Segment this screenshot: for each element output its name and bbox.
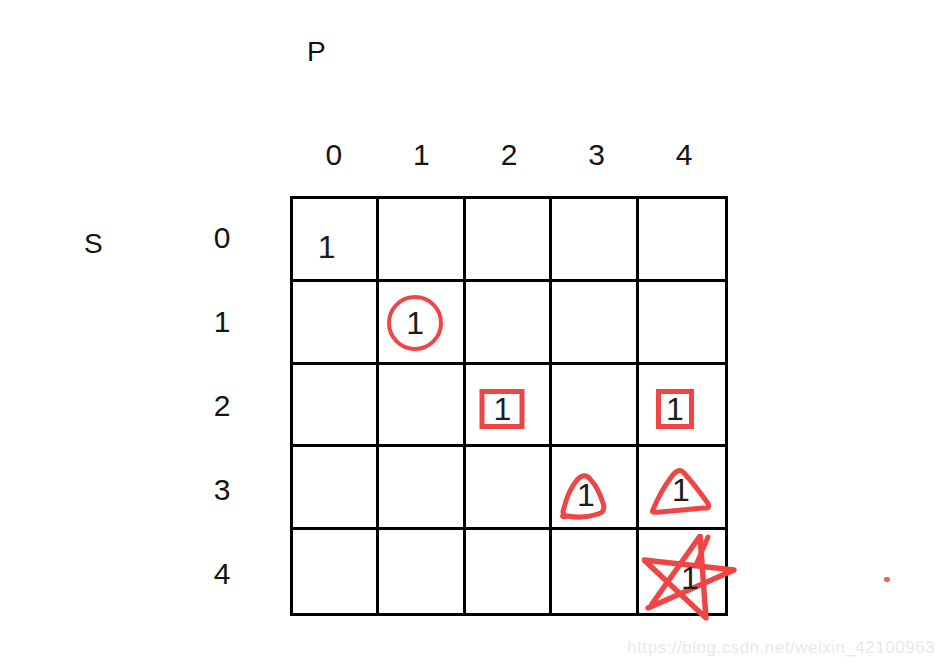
dp-grid-diagram: P S 01234 01234 1111111 https://blog.csd… [0,0,946,668]
stray-red-dot [884,577,890,582]
cell-r1-c0 [293,282,379,365]
col-axis-label: P [307,38,326,66]
cell-r2-c2: 1 [466,365,552,448]
cell-content-r0-c0: 1 [285,207,368,287]
cell-r1-c1: 1 [379,282,465,365]
cell-r4-c0 [293,530,379,613]
col-header-4: 4 [640,134,728,176]
row-axis-label: S [84,230,103,258]
cell-r0-c2 [466,199,552,282]
cell-content-r3-c3: 1 [544,455,627,535]
column-headers: 01234 [290,134,728,176]
cell-value: 1 [494,393,512,425]
cell-r3-c1 [379,447,465,530]
cell-r3-c4: 1 [639,447,725,530]
row-header-2: 2 [190,364,254,448]
cell-r2-c0 [293,365,379,448]
cell-r0-c3 [552,199,638,282]
cell-r2-c4: 1 [639,365,725,448]
cell-r3-c3: 1 [552,447,638,530]
row-header-0: 0 [190,196,254,280]
cell-r2-c3 [552,365,638,448]
col-header-3: 3 [553,134,641,176]
cell-value: 1 [672,474,690,506]
cell-r1-c4 [639,282,725,365]
cell-r2-c1 [379,365,465,448]
col-header-0: 0 [290,134,378,176]
watermark-url: https://blog.csdn.net/weixin_42100963 [627,638,935,658]
cell-content-r2-c4: 1 [632,370,718,450]
cell-r0-c4 [639,199,725,282]
cell-r1-c2 [466,282,552,365]
col-header-2: 2 [465,134,553,176]
cell-content-r2-c2: 1 [461,370,544,450]
cell-r4-c1 [379,530,465,613]
cell-content-r4-c4: 1 [647,536,733,619]
cell-r4-c3 [552,530,638,613]
row-header-1: 1 [190,280,254,364]
dp-grid: 1111111 [290,196,728,616]
cell-content-r3-c4: 1 [638,450,724,530]
cell-r1-c3 [552,282,638,365]
col-header-1: 1 [378,134,466,176]
cell-value: 1 [318,231,336,263]
cell-value: 1 [406,307,424,339]
cell-value: 1 [681,562,699,594]
cell-value: 1 [666,393,684,425]
cell-r3-c0 [293,447,379,530]
cell-content-r1-c1: 1 [373,283,456,363]
cell-r3-c2 [466,447,552,530]
cell-r0-c1 [379,199,465,282]
row-header-4: 4 [190,532,254,616]
cell-value: 1 [577,479,595,511]
row-headers: 01234 [190,196,254,616]
row-header-3: 3 [190,448,254,532]
cell-r4-c2 [466,530,552,613]
cell-r0-c0: 1 [293,199,379,282]
cell-r4-c4: 1 [639,530,725,613]
